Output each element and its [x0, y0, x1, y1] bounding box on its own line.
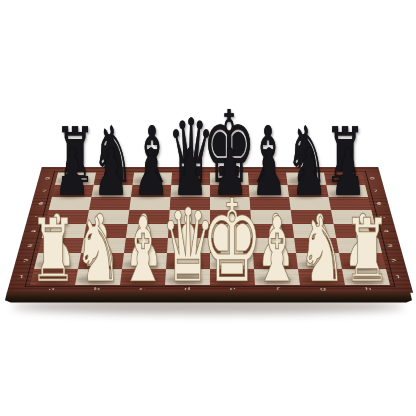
rank-label-right-8: 8: [369, 177, 375, 180]
rank-label-left-7: 7: [41, 189, 47, 192]
rank-label-left-2: 2: [22, 259, 29, 262]
rank-label-left-1: 1: [18, 274, 25, 278]
piece-white-rook-h1[interactable]: ♜: [343, 208, 390, 296]
rank-label-left-8: 8: [44, 177, 50, 180]
rank-label-right-1: 1: [395, 274, 402, 278]
piece-black-pawn-g7[interactable]: ♟: [291, 140, 326, 205]
rank-label-right-2: 2: [391, 259, 398, 262]
pieces-layer: ♜♞♝♛♚♝♞♜♟♟♟♟♟♟♟♟♟♟♟♟♟♟♟♟♜♞♝♛♚♝♞♜: [0, 0, 416, 416]
chess-photo-scene: aabbccddeeffgghh1122334455667788 ♜♞♝♛♚♝♞…: [0, 0, 416, 416]
piece-black-pawn-b7[interactable]: ♟: [94, 140, 129, 205]
piece-white-bishop-f1[interactable]: ♝: [253, 206, 301, 296]
piece-white-rook-a1[interactable]: ♜: [30, 208, 77, 296]
piece-white-knight-g1[interactable]: ♞: [298, 206, 346, 296]
piece-white-knight-b1[interactable]: ♞: [74, 206, 122, 296]
rank-label-right-7: 7: [373, 189, 379, 192]
piece-black-pawn-h7[interactable]: ♟: [330, 140, 365, 205]
piece-white-bishop-c1[interactable]: ♝: [119, 206, 167, 296]
piece-black-pawn-a7[interactable]: ♟: [54, 140, 89, 205]
